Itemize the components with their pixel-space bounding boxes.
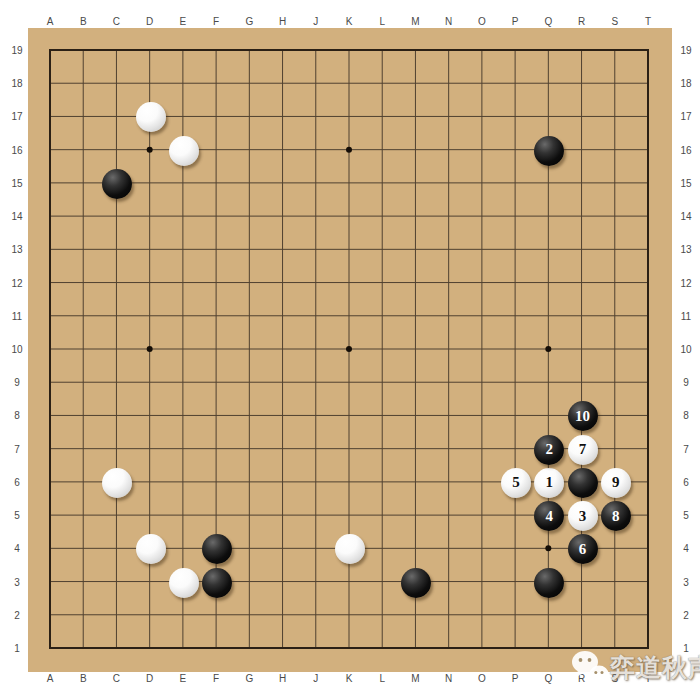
- coordinate-label: P: [512, 16, 519, 27]
- wechat-icon: [570, 645, 610, 689]
- move-stone-5-white: 5: [501, 468, 531, 498]
- coordinate-label: 9: [14, 377, 20, 388]
- coordinate-label: 3: [683, 576, 689, 587]
- coordinate-label: B: [80, 673, 87, 684]
- coordinate-label: A: [47, 16, 54, 27]
- go-stone-white: [136, 534, 166, 564]
- go-stone-black: [102, 169, 132, 199]
- coordinate-label: J: [313, 673, 318, 684]
- coordinate-label: 8: [14, 410, 20, 421]
- go-stone-black: [202, 534, 232, 564]
- coordinate-label: 8: [683, 410, 689, 421]
- coordinate-label: S: [611, 16, 618, 27]
- coordinate-label: A: [47, 673, 54, 684]
- coordinate-label: E: [180, 16, 187, 27]
- move-stone-3-white: 3: [568, 501, 598, 531]
- coordinate-label: 3: [14, 576, 20, 587]
- coordinate-label: L: [379, 673, 385, 684]
- coordinate-label: 5: [683, 510, 689, 521]
- coordinate-label: B: [80, 16, 87, 27]
- coordinate-label: 15: [680, 177, 691, 188]
- coordinate-label: 2: [683, 609, 689, 620]
- move-stone-2-black: 2: [534, 435, 564, 465]
- coordinate-label: 4: [683, 543, 689, 554]
- move-stone-9-white: 9: [601, 468, 631, 498]
- coordinate-label: 9: [683, 377, 689, 388]
- coordinate-label: P: [512, 673, 519, 684]
- coordinate-label: 5: [14, 510, 20, 521]
- go-stone-white: [335, 534, 365, 564]
- board-grid: 12345678910: [34, 34, 665, 665]
- coordinate-label: L: [379, 16, 385, 27]
- move-stone-10-black: 10: [568, 401, 598, 431]
- coordinate-label: 6: [14, 476, 20, 487]
- coordinate-label: G: [245, 673, 253, 684]
- go-stone-white: [136, 102, 166, 132]
- coordinate-label: 17: [11, 111, 22, 122]
- coordinate-label: Q: [544, 16, 552, 27]
- coordinate-label: D: [146, 16, 153, 27]
- coordinate-label: K: [346, 673, 353, 684]
- coordinate-label: H: [279, 673, 286, 684]
- coordinate-label: 15: [11, 177, 22, 188]
- coordinate-label: N: [445, 16, 452, 27]
- coordinate-label: C: [113, 673, 120, 684]
- coordinate-label: F: [213, 673, 219, 684]
- coordinate-label: 12: [680, 277, 691, 288]
- move-stone-6-black: 6: [568, 534, 598, 564]
- coordinate-label: O: [478, 16, 486, 27]
- coordinate-label: 10: [680, 344, 691, 355]
- coordinate-label: 7: [683, 443, 689, 454]
- go-stone-white: [102, 468, 132, 498]
- coordinate-label: D: [146, 673, 153, 684]
- coordinate-label: 12: [11, 277, 22, 288]
- move-stone-4-black: 4: [534, 501, 564, 531]
- coordinate-label: O: [478, 673, 486, 684]
- coordinate-label: 13: [11, 244, 22, 255]
- go-diagram: 12345678910 ABCDEFGHJKLMNOPQRST ABCDEFGH…: [0, 0, 700, 700]
- go-stone-black: [534, 136, 564, 166]
- go-stone-black: [401, 568, 431, 598]
- coordinate-label: 7: [14, 443, 20, 454]
- coordinate-label: J: [313, 16, 318, 27]
- coordinate-label: E: [180, 673, 187, 684]
- coordinate-label: 17: [680, 111, 691, 122]
- coordinate-label: 16: [11, 144, 22, 155]
- coordinate-label: G: [245, 16, 253, 27]
- go-stone-black: [568, 468, 598, 498]
- coordinate-label: H: [279, 16, 286, 27]
- go-stone-white: [169, 136, 199, 166]
- coordinate-label: Q: [544, 673, 552, 684]
- go-stone-black: [202, 568, 232, 598]
- coordinate-label: 18: [680, 78, 691, 89]
- coordinate-label: 2: [14, 609, 20, 620]
- watermark: 弈道秋声: [570, 645, 700, 689]
- coordinate-label: T: [645, 16, 651, 27]
- coordinate-label: F: [213, 16, 219, 27]
- coordinate-label: 16: [680, 144, 691, 155]
- coordinate-label: 13: [680, 244, 691, 255]
- coordinate-label: M: [411, 16, 419, 27]
- coordinate-label: R: [578, 16, 585, 27]
- coordinate-label: 11: [681, 310, 691, 321]
- coordinate-label: K: [346, 16, 353, 27]
- move-stone-7-white: 7: [568, 435, 598, 465]
- coordinate-label: M: [411, 673, 419, 684]
- coordinate-label: C: [113, 16, 120, 27]
- coordinate-label: 19: [680, 45, 691, 56]
- coordinate-label: 14: [11, 211, 22, 222]
- coordinate-label: 1: [14, 643, 20, 654]
- go-stone-white: [169, 568, 199, 598]
- coordinate-label: 14: [680, 211, 691, 222]
- move-stone-8-black: 8: [601, 501, 631, 531]
- go-stone-black: [534, 568, 564, 598]
- coordinate-label: 19: [11, 45, 22, 56]
- coordinate-label: 11: [12, 310, 22, 321]
- coordinate-label: N: [445, 673, 452, 684]
- watermark-text: 弈道秋声: [610, 651, 700, 684]
- coordinate-label: 10: [11, 344, 22, 355]
- coordinate-label: 4: [14, 543, 20, 554]
- move-stone-1-white: 1: [534, 468, 564, 498]
- coordinate-label: 6: [683, 476, 689, 487]
- coordinate-label: 18: [11, 78, 22, 89]
